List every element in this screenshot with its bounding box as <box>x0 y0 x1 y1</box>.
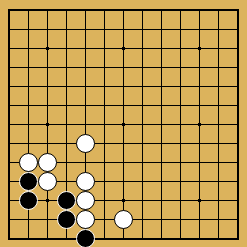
black-stone[interactable] <box>57 210 76 229</box>
star-point <box>198 199 201 202</box>
vertical-grid-line <box>161 10 162 239</box>
white-stone[interactable] <box>114 210 133 229</box>
vertical-grid-line <box>218 10 219 239</box>
star-point <box>46 123 49 126</box>
white-stone[interactable] <box>76 134 95 153</box>
vertical-grid-line <box>142 10 143 239</box>
star-point <box>122 123 125 126</box>
white-stone[interactable] <box>38 153 57 172</box>
vertical-grid-line <box>180 10 181 239</box>
black-stone[interactable] <box>76 229 95 247</box>
board-surface[interactable] <box>0 0 247 247</box>
star-point <box>122 199 125 202</box>
black-stone[interactable] <box>57 191 76 210</box>
white-stone[interactable] <box>76 191 95 210</box>
white-stone[interactable] <box>76 172 95 191</box>
star-point <box>198 123 201 126</box>
go-board-diagram <box>0 0 247 247</box>
white-stone[interactable] <box>19 153 38 172</box>
star-point <box>122 47 125 50</box>
black-stone[interactable] <box>19 191 38 210</box>
star-point <box>46 47 49 50</box>
white-stone[interactable] <box>38 172 57 191</box>
star-point <box>46 199 49 202</box>
black-stone[interactable] <box>19 172 38 191</box>
horizontal-grid-line <box>9 143 238 144</box>
star-point <box>198 47 201 50</box>
white-stone[interactable] <box>76 210 95 229</box>
